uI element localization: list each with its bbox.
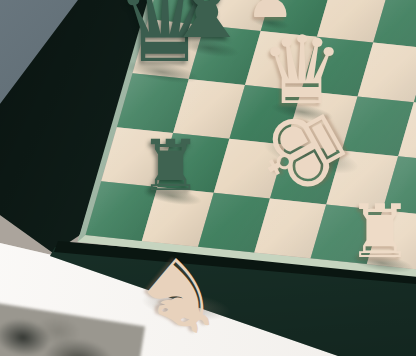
- chess-still-life-scene: ♛♝♟♛♜♚♜♞: [0, 0, 416, 356]
